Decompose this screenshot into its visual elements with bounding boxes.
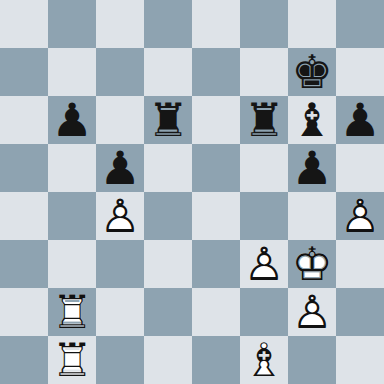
piece-white-rook[interactable]: ♜♖ [48, 288, 96, 336]
square-c7[interactable] [96, 48, 144, 96]
square-e5[interactable] [192, 144, 240, 192]
square-a6[interactable] [0, 96, 48, 144]
square-b7[interactable] [48, 48, 96, 96]
square-c1[interactable] [96, 336, 144, 384]
piece-outline-layer: ♙ [288, 288, 336, 336]
piece-outline-layer: ♙ [96, 192, 144, 240]
piece-black-king[interactable]: ♚ [288, 48, 336, 96]
square-h1[interactable] [336, 336, 384, 384]
square-g2[interactable]: ♟♙ [288, 288, 336, 336]
square-d1[interactable] [144, 336, 192, 384]
square-c4[interactable]: ♟♙ [96, 192, 144, 240]
square-e2[interactable] [192, 288, 240, 336]
square-g1[interactable] [288, 336, 336, 384]
square-a8[interactable] [0, 0, 48, 48]
square-h8[interactable] [336, 0, 384, 48]
square-e4[interactable] [192, 192, 240, 240]
piece-white-king[interactable]: ♚♔ [288, 240, 336, 288]
square-b1[interactable]: ♜♖ [48, 336, 96, 384]
square-h5[interactable] [336, 144, 384, 192]
chess-board: ♚♟♜♜♝♟♟♟♟♙♟♙♟♙♚♔♜♖♟♙♜♖♝♗ [0, 0, 384, 384]
piece-fill-layer: ♜ [240, 96, 288, 144]
square-a4[interactable] [0, 192, 48, 240]
square-c2[interactable] [96, 288, 144, 336]
square-d5[interactable] [144, 144, 192, 192]
square-d7[interactable] [144, 48, 192, 96]
piece-black-pawn[interactable]: ♟ [48, 96, 96, 144]
piece-white-pawn[interactable]: ♟♙ [240, 240, 288, 288]
piece-black-pawn[interactable]: ♟ [288, 144, 336, 192]
square-e7[interactable] [192, 48, 240, 96]
square-b2[interactable]: ♜♖ [48, 288, 96, 336]
square-d6[interactable]: ♜ [144, 96, 192, 144]
square-e1[interactable] [192, 336, 240, 384]
piece-outline-layer: ♖ [48, 336, 96, 384]
piece-white-rook[interactable]: ♜♖ [48, 336, 96, 384]
square-f6[interactable]: ♜ [240, 96, 288, 144]
piece-black-rook[interactable]: ♜ [240, 96, 288, 144]
square-b3[interactable] [48, 240, 96, 288]
piece-white-pawn[interactable]: ♟♙ [288, 288, 336, 336]
piece-fill-layer: ♟ [48, 96, 96, 144]
square-a1[interactable] [0, 336, 48, 384]
piece-black-pawn[interactable]: ♟ [336, 96, 384, 144]
square-e8[interactable] [192, 0, 240, 48]
square-b5[interactable] [48, 144, 96, 192]
square-g5[interactable]: ♟ [288, 144, 336, 192]
square-h6[interactable]: ♟ [336, 96, 384, 144]
square-a7[interactable] [0, 48, 48, 96]
square-c8[interactable] [96, 0, 144, 48]
piece-fill-layer: ♟ [288, 144, 336, 192]
square-f5[interactable] [240, 144, 288, 192]
square-h7[interactable] [336, 48, 384, 96]
square-f2[interactable] [240, 288, 288, 336]
piece-outline-layer: ♖ [48, 288, 96, 336]
square-g4[interactable] [288, 192, 336, 240]
piece-outline-layer: ♗ [240, 336, 288, 384]
piece-black-pawn[interactable]: ♟ [96, 144, 144, 192]
square-c5[interactable]: ♟ [96, 144, 144, 192]
square-f3[interactable]: ♟♙ [240, 240, 288, 288]
piece-outline-layer: ♙ [336, 192, 384, 240]
square-a5[interactable] [0, 144, 48, 192]
square-a2[interactable] [0, 288, 48, 336]
piece-black-rook[interactable]: ♜ [144, 96, 192, 144]
piece-black-bishop[interactable]: ♝ [288, 96, 336, 144]
piece-fill-layer: ♝ [288, 96, 336, 144]
piece-fill-layer: ♟ [336, 96, 384, 144]
square-f7[interactable] [240, 48, 288, 96]
square-d2[interactable] [144, 288, 192, 336]
piece-white-pawn[interactable]: ♟♙ [336, 192, 384, 240]
piece-white-bishop[interactable]: ♝♗ [240, 336, 288, 384]
square-e3[interactable] [192, 240, 240, 288]
square-h4[interactable]: ♟♙ [336, 192, 384, 240]
square-b6[interactable]: ♟ [48, 96, 96, 144]
square-g6[interactable]: ♝ [288, 96, 336, 144]
piece-fill-layer: ♟ [96, 144, 144, 192]
square-c3[interactable] [96, 240, 144, 288]
square-f1[interactable]: ♝♗ [240, 336, 288, 384]
piece-outline-layer: ♙ [240, 240, 288, 288]
piece-outline-layer: ♔ [288, 240, 336, 288]
square-g3[interactable]: ♚♔ [288, 240, 336, 288]
square-d8[interactable] [144, 0, 192, 48]
square-g8[interactable] [288, 0, 336, 48]
square-g7[interactable]: ♚ [288, 48, 336, 96]
square-e6[interactable] [192, 96, 240, 144]
square-f4[interactable] [240, 192, 288, 240]
piece-fill-layer: ♚ [288, 48, 336, 96]
square-d4[interactable] [144, 192, 192, 240]
square-h3[interactable] [336, 240, 384, 288]
square-d3[interactable] [144, 240, 192, 288]
square-h2[interactable] [336, 288, 384, 336]
square-c6[interactable] [96, 96, 144, 144]
square-b8[interactable] [48, 0, 96, 48]
square-b4[interactable] [48, 192, 96, 240]
piece-fill-layer: ♜ [144, 96, 192, 144]
piece-white-pawn[interactable]: ♟♙ [96, 192, 144, 240]
square-a3[interactable] [0, 240, 48, 288]
square-f8[interactable] [240, 0, 288, 48]
